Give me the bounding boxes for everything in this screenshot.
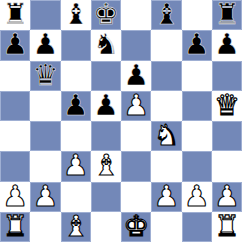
black-bishop[interactable]: ♝ bbox=[153, 0, 179, 29]
square-e7[interactable] bbox=[121, 30, 151, 60]
black-rook[interactable]: ♜ bbox=[2, 0, 28, 29]
black-knight[interactable]: ♞ bbox=[93, 30, 119, 59]
square-b5[interactable] bbox=[30, 91, 60, 121]
square-h2[interactable]: ♟ bbox=[212, 182, 242, 212]
square-g7[interactable]: ♟ bbox=[182, 30, 212, 60]
square-g6[interactable] bbox=[182, 61, 212, 91]
square-g2[interactable]: ♟ bbox=[182, 182, 212, 212]
white-bishop[interactable]: ♝ bbox=[63, 212, 89, 241]
square-g5[interactable] bbox=[182, 91, 212, 121]
square-d5[interactable]: ♟ bbox=[91, 91, 121, 121]
square-b8[interactable] bbox=[30, 0, 60, 30]
square-a5[interactable] bbox=[0, 91, 30, 121]
square-e3[interactable] bbox=[121, 151, 151, 181]
square-d3[interactable]: ♝ bbox=[91, 151, 121, 181]
white-pawn[interactable]: ♟ bbox=[123, 91, 149, 120]
square-b7[interactable]: ♟ bbox=[30, 30, 60, 60]
square-c1[interactable]: ♝ bbox=[61, 212, 91, 242]
square-a1[interactable]: ♜ bbox=[0, 212, 30, 242]
black-king[interactable]: ♚ bbox=[93, 0, 119, 29]
white-pawn[interactable]: ♟ bbox=[2, 182, 28, 211]
square-a6[interactable] bbox=[0, 61, 30, 91]
square-e2[interactable] bbox=[121, 182, 151, 212]
square-a7[interactable]: ♟ bbox=[0, 30, 30, 60]
square-d6[interactable] bbox=[91, 61, 121, 91]
square-f1[interactable] bbox=[151, 212, 181, 242]
square-f3[interactable] bbox=[151, 151, 181, 181]
square-c7[interactable] bbox=[61, 30, 91, 60]
square-c5[interactable]: ♟ bbox=[61, 91, 91, 121]
white-rook[interactable]: ♜ bbox=[214, 212, 240, 241]
square-c3[interactable]: ♟ bbox=[61, 151, 91, 181]
square-d2[interactable] bbox=[91, 182, 121, 212]
square-c4[interactable] bbox=[61, 121, 91, 151]
black-pawn[interactable]: ♟ bbox=[32, 30, 58, 59]
square-f2[interactable]: ♟ bbox=[151, 182, 181, 212]
square-h5[interactable]: ♛ bbox=[212, 91, 242, 121]
square-d8[interactable]: ♚ bbox=[91, 0, 121, 30]
square-e4[interactable] bbox=[121, 121, 151, 151]
white-knight[interactable]: ♞ bbox=[153, 121, 179, 150]
white-queen[interactable]: ♛ bbox=[214, 91, 240, 120]
square-c6[interactable] bbox=[61, 61, 91, 91]
square-h4[interactable] bbox=[212, 121, 242, 151]
black-pawn[interactable]: ♟ bbox=[123, 61, 149, 90]
square-a2[interactable]: ♟ bbox=[0, 182, 30, 212]
square-f8[interactable]: ♝ bbox=[151, 0, 181, 30]
white-rook[interactable]: ♜ bbox=[2, 212, 28, 241]
square-g8[interactable] bbox=[182, 0, 212, 30]
black-pawn[interactable]: ♟ bbox=[93, 91, 119, 120]
square-f7[interactable] bbox=[151, 30, 181, 60]
black-pawn[interactable]: ♟ bbox=[2, 30, 28, 59]
square-d4[interactable] bbox=[91, 121, 121, 151]
white-pawn[interactable]: ♟ bbox=[153, 182, 179, 211]
white-pawn[interactable]: ♟ bbox=[214, 182, 240, 211]
square-e6[interactable]: ♟ bbox=[121, 61, 151, 91]
chess-board: ♜♝♚♝♜♟♟♞♟♟♛♟♟♟♟♛♞♟♝♟♟♟♟♟♜♝♚♜ bbox=[0, 0, 242, 242]
white-bishop[interactable]: ♝ bbox=[93, 151, 119, 180]
square-h1[interactable]: ♜ bbox=[212, 212, 242, 242]
square-e5[interactable]: ♟ bbox=[121, 91, 151, 121]
square-c2[interactable] bbox=[61, 182, 91, 212]
square-g1[interactable] bbox=[182, 212, 212, 242]
square-h3[interactable] bbox=[212, 151, 242, 181]
square-e8[interactable] bbox=[121, 0, 151, 30]
square-b1[interactable] bbox=[30, 212, 60, 242]
black-pawn[interactable]: ♟ bbox=[63, 91, 89, 120]
black-queen[interactable]: ♛ bbox=[32, 61, 58, 90]
square-a3[interactable] bbox=[0, 151, 30, 181]
black-pawn[interactable]: ♟ bbox=[184, 30, 210, 59]
black-pawn[interactable]: ♟ bbox=[214, 30, 240, 59]
square-a8[interactable]: ♜ bbox=[0, 0, 30, 30]
square-h8[interactable]: ♜ bbox=[212, 0, 242, 30]
square-a4[interactable] bbox=[0, 121, 30, 151]
square-c8[interactable]: ♝ bbox=[61, 0, 91, 30]
white-pawn[interactable]: ♟ bbox=[63, 151, 89, 180]
square-b3[interactable] bbox=[30, 151, 60, 181]
square-f5[interactable] bbox=[151, 91, 181, 121]
square-h7[interactable]: ♟ bbox=[212, 30, 242, 60]
square-f6[interactable] bbox=[151, 61, 181, 91]
square-b2[interactable]: ♟ bbox=[30, 182, 60, 212]
square-b4[interactable] bbox=[30, 121, 60, 151]
square-g4[interactable] bbox=[182, 121, 212, 151]
square-f4[interactable]: ♞ bbox=[151, 121, 181, 151]
square-b6[interactable]: ♛ bbox=[30, 61, 60, 91]
square-e1[interactable]: ♚ bbox=[121, 212, 151, 242]
white-pawn[interactable]: ♟ bbox=[184, 182, 210, 211]
square-d7[interactable]: ♞ bbox=[91, 30, 121, 60]
white-king[interactable]: ♚ bbox=[123, 212, 149, 241]
square-d1[interactable] bbox=[91, 212, 121, 242]
square-g3[interactable] bbox=[182, 151, 212, 181]
white-pawn[interactable]: ♟ bbox=[32, 182, 58, 211]
black-bishop[interactable]: ♝ bbox=[63, 0, 89, 29]
black-rook[interactable]: ♜ bbox=[214, 0, 240, 29]
square-h6[interactable] bbox=[212, 61, 242, 91]
